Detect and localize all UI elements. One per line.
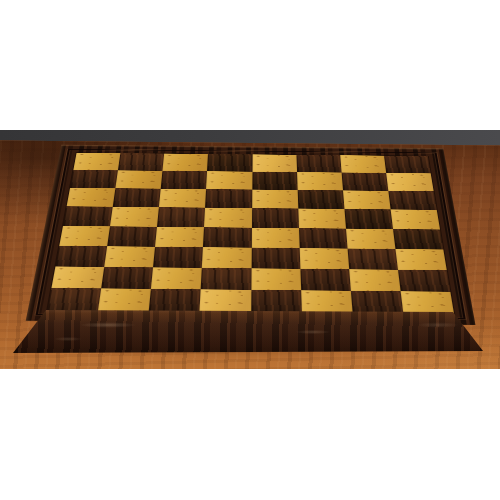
square-h8 [383, 156, 430, 174]
photo-frame [0, 0, 500, 500]
square-c2 [151, 267, 202, 289]
square-a7 [70, 170, 118, 188]
square-e3 [251, 247, 300, 268]
board-grid [47, 153, 454, 314]
square-e6 [251, 190, 297, 209]
square-e1 [250, 290, 301, 313]
square-b8 [118, 153, 164, 171]
square-d7 [206, 171, 252, 189]
square-c6 [159, 189, 206, 208]
square-f7 [296, 172, 342, 190]
square-a4 [59, 226, 110, 246]
square-b1 [98, 288, 151, 311]
square-d3 [202, 247, 251, 268]
square-g6 [342, 191, 390, 210]
square-h1 [400, 291, 454, 314]
square-g7 [341, 173, 388, 191]
square-c7 [160, 171, 206, 189]
square-a2 [51, 266, 104, 288]
square-g3 [347, 248, 398, 269]
square-e8 [252, 154, 297, 172]
square-e2 [250, 268, 300, 290]
square-f8 [296, 155, 341, 173]
square-b4 [107, 226, 157, 246]
square-d5 [204, 208, 251, 228]
square-c8 [162, 154, 208, 172]
square-h7 [386, 173, 434, 191]
square-d2 [201, 268, 251, 290]
square-d6 [205, 189, 251, 208]
square-b6 [112, 188, 160, 207]
square-c5 [157, 207, 205, 227]
square-a3 [55, 246, 107, 267]
square-f6 [297, 190, 344, 209]
square-g4 [345, 228, 395, 248]
square-b7 [115, 170, 162, 188]
photograph [0, 130, 500, 369]
square-f1 [300, 290, 352, 313]
square-a5 [63, 206, 113, 226]
square-g8 [340, 155, 386, 173]
square-g5 [344, 209, 393, 229]
square-d8 [207, 154, 252, 172]
square-e5 [251, 208, 298, 228]
square-b3 [104, 246, 155, 267]
square-f5 [297, 209, 345, 229]
square-d1 [199, 289, 250, 312]
square-e4 [251, 228, 299, 248]
board-front-edge [13, 305, 483, 353]
square-b5 [110, 207, 159, 227]
square-h3 [395, 249, 446, 270]
square-d4 [203, 227, 251, 247]
square-c1 [148, 289, 200, 312]
square-c3 [153, 247, 203, 268]
square-e7 [251, 172, 296, 190]
chessboard [25, 145, 475, 325]
square-a1 [47, 288, 101, 311]
square-f4 [298, 228, 347, 248]
square-f3 [299, 248, 349, 269]
square-a6 [66, 188, 115, 207]
letterbox-bottom [0, 369, 500, 500]
square-g2 [348, 269, 400, 291]
square-f2 [300, 269, 351, 291]
square-h2 [397, 270, 449, 292]
square-b2 [101, 267, 153, 289]
square-h5 [390, 210, 439, 230]
square-h4 [392, 229, 442, 249]
square-c4 [155, 227, 204, 247]
square-g1 [350, 291, 403, 314]
letterbox-top [0, 0, 500, 130]
square-h6 [388, 191, 437, 210]
square-a8 [73, 153, 120, 171]
